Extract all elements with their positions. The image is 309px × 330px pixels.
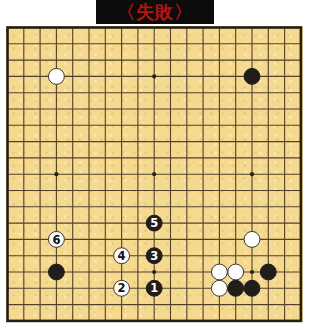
stone-black bbox=[48, 264, 64, 280]
hoshi-point bbox=[152, 270, 156, 274]
stone-white bbox=[211, 264, 227, 280]
stone-white-4: 4 bbox=[114, 248, 130, 264]
hoshi-point bbox=[152, 172, 156, 176]
hoshi-point bbox=[152, 74, 156, 78]
stone-black bbox=[260, 264, 276, 280]
move-number: 2 bbox=[118, 281, 126, 295]
go-board: 564321 bbox=[0, 0, 309, 330]
stone-black-1: 1 bbox=[146, 280, 162, 296]
move-number: 3 bbox=[150, 249, 158, 263]
stone-white bbox=[244, 231, 260, 247]
move-number: 5 bbox=[150, 216, 158, 230]
stone-black-5: 5 bbox=[146, 215, 162, 231]
stone-white-6: 6 bbox=[48, 231, 64, 247]
move-number: 1 bbox=[150, 281, 158, 295]
diagram-title: 〈失敗〉 bbox=[117, 3, 193, 21]
stone-white bbox=[211, 280, 227, 296]
move-number: 4 bbox=[118, 249, 126, 263]
stone-black bbox=[244, 280, 260, 296]
hoshi-point bbox=[250, 172, 254, 176]
page: 〈失敗〉 564321 bbox=[0, 0, 309, 330]
hoshi-point bbox=[54, 172, 58, 176]
stone-white bbox=[228, 264, 244, 280]
move-number: 6 bbox=[52, 233, 60, 247]
hoshi-point bbox=[250, 270, 254, 274]
stone-black bbox=[244, 68, 260, 84]
stone-white bbox=[48, 68, 64, 84]
stone-black-3: 3 bbox=[146, 248, 162, 264]
stone-white-2: 2 bbox=[114, 280, 130, 296]
diagram-title-banner: 〈失敗〉 bbox=[96, 0, 214, 24]
stone-black bbox=[228, 280, 244, 296]
